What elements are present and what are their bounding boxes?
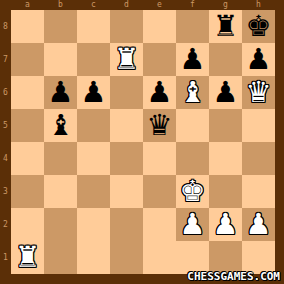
- square-d4[interactable]: [110, 142, 143, 175]
- file-label-c: c: [77, 0, 110, 10]
- rank-label-4: 4: [0, 142, 11, 175]
- square-e8[interactable]: [143, 10, 176, 43]
- square-e7[interactable]: [143, 43, 176, 76]
- piece-white-rook-a1[interactable]: ♜: [15, 241, 41, 274]
- square-c5[interactable]: [77, 109, 110, 142]
- watermark-text: CHESSGAMES.COM: [187, 270, 280, 284]
- square-h8[interactable]: ♚: [242, 10, 275, 43]
- rank-label-6: 6: [0, 76, 11, 109]
- square-g7[interactable]: [209, 43, 242, 76]
- square-f2[interactable]: ♟: [176, 208, 209, 241]
- file-label-b: b: [44, 0, 77, 10]
- square-f5[interactable]: [176, 109, 209, 142]
- square-c8[interactable]: [77, 10, 110, 43]
- square-g4[interactable]: [209, 142, 242, 175]
- square-c6[interactable]: ♟: [77, 76, 110, 109]
- square-g2[interactable]: ♟: [209, 208, 242, 241]
- square-b5[interactable]: ♝: [44, 109, 77, 142]
- piece-black-rook-g8[interactable]: ♜: [213, 10, 239, 43]
- square-h6[interactable]: ♛: [242, 76, 275, 109]
- rank-labels: 87654321: [0, 10, 11, 274]
- piece-black-bishop-b5[interactable]: ♝: [48, 109, 74, 142]
- square-g3[interactable]: [209, 175, 242, 208]
- square-f3[interactable]: ♚: [176, 175, 209, 208]
- square-d5[interactable]: [110, 109, 143, 142]
- square-d7[interactable]: ♜: [110, 43, 143, 76]
- square-e6[interactable]: ♟: [143, 76, 176, 109]
- file-label-e: e: [143, 0, 176, 10]
- square-a2[interactable]: [11, 208, 44, 241]
- rank-label-3: 3: [0, 175, 11, 208]
- square-d6[interactable]: [110, 76, 143, 109]
- square-b3[interactable]: [44, 175, 77, 208]
- square-h3[interactable]: [242, 175, 275, 208]
- square-f4[interactable]: [176, 142, 209, 175]
- square-f6[interactable]: ♝: [176, 76, 209, 109]
- square-a3[interactable]: [11, 175, 44, 208]
- piece-white-king-f3[interactable]: ♚: [180, 175, 206, 208]
- square-d3[interactable]: [110, 175, 143, 208]
- file-label-f: f: [176, 0, 209, 10]
- chess-diagram: abcdefgh 87654321 ♜♚♜♟♟♟♟♟♝♟♛♝♛♚♟♟♟♜ CHE…: [0, 0, 284, 284]
- square-a8[interactable]: [11, 10, 44, 43]
- rank-label-7: 7: [0, 43, 11, 76]
- square-e1[interactable]: [143, 241, 176, 274]
- rank-label-2: 2: [0, 208, 11, 241]
- square-c3[interactable]: [77, 175, 110, 208]
- piece-black-pawn-h7[interactable]: ♟: [246, 43, 272, 76]
- piece-white-bishop-f6[interactable]: ♝: [180, 76, 206, 109]
- square-g6[interactable]: ♟: [209, 76, 242, 109]
- piece-black-pawn-f7[interactable]: ♟: [180, 43, 206, 76]
- square-e3[interactable]: [143, 175, 176, 208]
- square-d1[interactable]: [110, 241, 143, 274]
- square-e2[interactable]: [143, 208, 176, 241]
- piece-white-queen-h6[interactable]: ♛: [246, 76, 272, 109]
- square-h2[interactable]: ♟: [242, 208, 275, 241]
- square-b4[interactable]: [44, 142, 77, 175]
- square-f7[interactable]: ♟: [176, 43, 209, 76]
- piece-black-king-h8[interactable]: ♚: [246, 10, 272, 43]
- square-b8[interactable]: [44, 10, 77, 43]
- square-d8[interactable]: [110, 10, 143, 43]
- square-f8[interactable]: [176, 10, 209, 43]
- square-a4[interactable]: [11, 142, 44, 175]
- square-g8[interactable]: ♜: [209, 10, 242, 43]
- file-label-d: d: [110, 0, 143, 10]
- square-c7[interactable]: [77, 43, 110, 76]
- rank-label-8: 8: [0, 10, 11, 43]
- piece-white-pawn-h2[interactable]: ♟: [246, 208, 272, 241]
- square-b6[interactable]: ♟: [44, 76, 77, 109]
- square-g5[interactable]: [209, 109, 242, 142]
- piece-black-queen-e5[interactable]: ♛: [147, 109, 173, 142]
- square-c2[interactable]: [77, 208, 110, 241]
- square-e5[interactable]: ♛: [143, 109, 176, 142]
- square-a7[interactable]: [11, 43, 44, 76]
- piece-black-pawn-e6[interactable]: ♟: [147, 76, 173, 109]
- square-e4[interactable]: [143, 142, 176, 175]
- square-a6[interactable]: [11, 76, 44, 109]
- piece-white-rook-d7[interactable]: ♜: [114, 43, 140, 76]
- square-b2[interactable]: [44, 208, 77, 241]
- square-d2[interactable]: [110, 208, 143, 241]
- square-b1[interactable]: [44, 241, 77, 274]
- piece-white-pawn-g2[interactable]: ♟: [213, 208, 239, 241]
- square-a5[interactable]: [11, 109, 44, 142]
- piece-black-pawn-b6[interactable]: ♟: [48, 76, 74, 109]
- square-c4[interactable]: [77, 142, 110, 175]
- rank-label-5: 5: [0, 109, 11, 142]
- file-label-a: a: [11, 0, 44, 10]
- piece-black-pawn-g6[interactable]: ♟: [213, 76, 239, 109]
- piece-black-pawn-c6[interactable]: ♟: [81, 76, 107, 109]
- square-c1[interactable]: [77, 241, 110, 274]
- chess-board: ♜♚♜♟♟♟♟♟♝♟♛♝♛♚♟♟♟♜: [11, 10, 275, 274]
- square-b7[interactable]: [44, 43, 77, 76]
- piece-white-pawn-f2[interactable]: ♟: [180, 208, 206, 241]
- square-h4[interactable]: [242, 142, 275, 175]
- square-h7[interactable]: ♟: [242, 43, 275, 76]
- square-a1[interactable]: ♜: [11, 241, 44, 274]
- rank-label-1: 1: [0, 241, 11, 274]
- square-h5[interactable]: [242, 109, 275, 142]
